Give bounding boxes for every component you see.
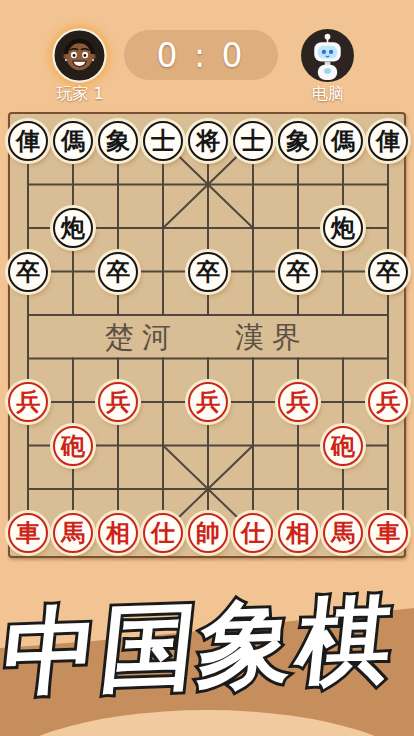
game-title-text: 中国象棋 [0,584,401,708]
player-name: 玩家 1 [35,84,125,105]
piece-black[interactable]: 炮 [323,208,363,248]
piece-red[interactable]: 相 [98,513,138,553]
piece-black[interactable]: 士 [233,121,273,161]
piece-red[interactable]: 車 [368,513,408,553]
piece-black[interactable]: 俥 [8,121,48,161]
piece-black[interactable]: 卒 [368,252,408,292]
piece-black[interactable]: 卒 [8,252,48,292]
player-avatar [52,28,107,83]
piece-red[interactable]: 兵 [188,382,228,422]
piece-black[interactable]: 炮 [53,208,93,248]
opponent-avatar [300,28,355,83]
piece-red[interactable]: 馬 [323,513,363,553]
piece-red[interactable]: 帥 [188,513,228,553]
piece-black[interactable]: 卒 [98,252,138,292]
piece-red[interactable]: 兵 [368,382,408,422]
piece-red[interactable]: 相 [278,513,318,553]
piece-black[interactable]: 将 [188,121,228,161]
piece-black[interactable]: 俥 [368,121,408,161]
piece-red[interactable]: 砲 [323,426,363,466]
game-title: 中国象棋 [0,575,414,725]
opponent-name: 电脑 [283,84,373,105]
piece-black[interactable]: 象 [278,121,318,161]
piece-red[interactable]: 兵 [8,382,48,422]
piece-red[interactable]: 仕 [233,513,273,553]
piece-red[interactable]: 仕 [143,513,183,553]
piece-red[interactable]: 兵 [98,382,138,422]
piece-black[interactable]: 傌 [53,121,93,161]
pieces-grid: 俥傌象士将士象傌俥炮炮卒卒卒卒卒兵兵兵兵兵砲砲車馬相仕帥仕相馬車 [6,119,411,554]
piece-red[interactable]: 兵 [278,382,318,422]
piece-black[interactable]: 象 [98,121,138,161]
score-pill: 0 : 0 [124,30,278,80]
piece-red[interactable]: 砲 [53,426,93,466]
piece-black[interactable]: 士 [143,121,183,161]
piece-black[interactable]: 卒 [188,252,228,292]
xiangqi-board[interactable]: 楚河 漢界 俥傌象士将士象傌俥炮炮卒卒卒卒卒兵兵兵兵兵砲砲車馬相仕帥仕相馬車 [8,112,406,558]
app-screen: 玩家 1 0 : 0 电脑 [0,0,414,736]
score-text: 0 : 0 [156,36,245,75]
piece-black[interactable]: 卒 [278,252,318,292]
piece-red[interactable]: 車 [8,513,48,553]
piece-red[interactable]: 馬 [53,513,93,553]
piece-black[interactable]: 傌 [323,121,363,161]
